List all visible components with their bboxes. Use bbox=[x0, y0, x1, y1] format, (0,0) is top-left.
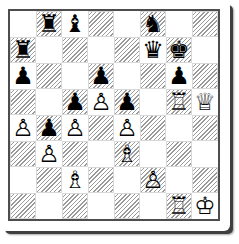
square-g4[interactable] bbox=[166, 115, 192, 141]
black-pawn-piece: ♟ bbox=[116, 89, 138, 115]
white-pawn-piece: ♙ bbox=[12, 115, 34, 141]
square-b3[interactable]: ♙ bbox=[36, 141, 62, 167]
square-f4[interactable] bbox=[140, 115, 166, 141]
square-c7[interactable] bbox=[62, 37, 88, 63]
white-pawn-piece: ♙ bbox=[38, 141, 60, 167]
square-h2[interactable] bbox=[192, 167, 218, 193]
square-d3[interactable] bbox=[88, 141, 114, 167]
square-g7[interactable]: ♚ bbox=[166, 37, 192, 63]
square-f3[interactable] bbox=[140, 141, 166, 167]
black-pawn-piece: ♟ bbox=[90, 63, 112, 89]
square-e8[interactable] bbox=[114, 11, 140, 37]
black-pawn-piece: ♟ bbox=[38, 115, 60, 141]
square-d5[interactable]: ♙ bbox=[88, 89, 114, 115]
white-bishop-piece: ♗ bbox=[64, 167, 86, 193]
square-h5[interactable]: ♕ bbox=[192, 89, 218, 115]
square-a2[interactable] bbox=[10, 167, 36, 193]
square-e6[interactable] bbox=[114, 63, 140, 89]
square-d2[interactable] bbox=[88, 167, 114, 193]
white-bishop-piece: ♗ bbox=[116, 141, 138, 167]
black-pawn-piece: ♟ bbox=[168, 63, 190, 89]
black-rook-piece: ♜ bbox=[12, 37, 34, 63]
square-f2[interactable]: ♙ bbox=[140, 167, 166, 193]
square-g6[interactable]: ♟ bbox=[166, 63, 192, 89]
square-b5[interactable] bbox=[36, 89, 62, 115]
square-e1[interactable] bbox=[114, 193, 140, 219]
black-bishop-piece: ♝ bbox=[64, 11, 86, 37]
square-f6[interactable] bbox=[140, 63, 166, 89]
square-d6[interactable]: ♟ bbox=[88, 63, 114, 89]
square-e2[interactable] bbox=[114, 167, 140, 193]
square-a7[interactable]: ♜ bbox=[10, 37, 36, 63]
square-h4[interactable] bbox=[192, 115, 218, 141]
square-c1[interactable] bbox=[62, 193, 88, 219]
square-b2[interactable] bbox=[36, 167, 62, 193]
black-rook-piece: ♜ bbox=[38, 11, 60, 37]
square-e5[interactable]: ♟ bbox=[114, 89, 140, 115]
square-g5[interactable]: ♖ bbox=[166, 89, 192, 115]
square-g1[interactable]: ♖ bbox=[166, 193, 192, 219]
square-g3[interactable] bbox=[166, 141, 192, 167]
square-d1[interactable] bbox=[88, 193, 114, 219]
square-a5[interactable] bbox=[10, 89, 36, 115]
square-b6[interactable] bbox=[36, 63, 62, 89]
square-h1[interactable]: ♔ bbox=[192, 193, 218, 219]
white-rook-piece: ♖ bbox=[168, 89, 190, 115]
square-f1[interactable] bbox=[140, 193, 166, 219]
white-pawn-piece: ♙ bbox=[64, 115, 86, 141]
square-e4[interactable]: ♙ bbox=[114, 115, 140, 141]
square-b7[interactable] bbox=[36, 37, 62, 63]
white-queen-piece: ♕ bbox=[194, 89, 216, 115]
square-d4[interactable] bbox=[88, 115, 114, 141]
square-c4[interactable]: ♙ bbox=[62, 115, 88, 141]
black-king-piece: ♚ bbox=[168, 37, 190, 63]
square-a4[interactable]: ♙ bbox=[10, 115, 36, 141]
square-c5[interactable]: ♟ bbox=[62, 89, 88, 115]
square-h3[interactable] bbox=[192, 141, 218, 167]
square-b4[interactable]: ♟ bbox=[36, 115, 62, 141]
square-b1[interactable] bbox=[36, 193, 62, 219]
square-a8[interactable] bbox=[10, 11, 36, 37]
white-pawn-piece: ♙ bbox=[142, 167, 164, 193]
square-a3[interactable] bbox=[10, 141, 36, 167]
black-pawn-piece: ♟ bbox=[12, 63, 34, 89]
square-e7[interactable] bbox=[114, 37, 140, 63]
diagram-card: ♜♝♞♜♛♚♟♟♟♟♙♟♖♕♙♟♙♙♙♗♗♙♖♔ bbox=[0, 0, 230, 231]
square-h8[interactable] bbox=[192, 11, 218, 37]
square-d7[interactable] bbox=[88, 37, 114, 63]
square-h6[interactable] bbox=[192, 63, 218, 89]
square-c6[interactable] bbox=[62, 63, 88, 89]
square-g2[interactable] bbox=[166, 167, 192, 193]
square-e3[interactable]: ♗ bbox=[114, 141, 140, 167]
square-f5[interactable] bbox=[140, 89, 166, 115]
black-knight-piece: ♞ bbox=[142, 11, 164, 37]
square-g8[interactable] bbox=[166, 11, 192, 37]
square-a1[interactable] bbox=[10, 193, 36, 219]
page: ♜♝♞♜♛♚♟♟♟♟♙♟♖♕♙♟♙♙♙♗♗♙♖♔ bbox=[0, 0, 239, 244]
white-rook-piece: ♖ bbox=[168, 193, 190, 219]
white-king-piece: ♔ bbox=[194, 193, 216, 219]
square-f8[interactable]: ♞ bbox=[140, 11, 166, 37]
square-h7[interactable] bbox=[192, 37, 218, 63]
square-f7[interactable]: ♛ bbox=[140, 37, 166, 63]
white-pawn-piece: ♙ bbox=[90, 89, 112, 115]
square-c3[interactable] bbox=[62, 141, 88, 167]
square-b8[interactable]: ♜ bbox=[36, 11, 62, 37]
square-a6[interactable]: ♟ bbox=[10, 63, 36, 89]
white-pawn-piece: ♙ bbox=[116, 115, 138, 141]
square-c8[interactable]: ♝ bbox=[62, 11, 88, 37]
square-d8[interactable] bbox=[88, 11, 114, 37]
chess-board: ♜♝♞♜♛♚♟♟♟♟♙♟♖♕♙♟♙♙♙♗♗♙♖♔ bbox=[8, 9, 220, 221]
black-queen-piece: ♛ bbox=[142, 37, 164, 63]
black-pawn-piece: ♟ bbox=[64, 89, 86, 115]
square-c2[interactable]: ♗ bbox=[62, 167, 88, 193]
